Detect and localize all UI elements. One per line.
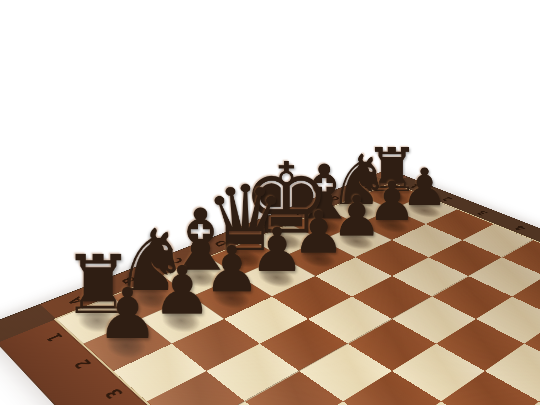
- file-label-b: B: [118, 274, 140, 285]
- piece-shadow: [71, 305, 123, 337]
- file-label-d: D: [211, 238, 231, 247]
- rank-label-1: 1: [407, 183, 423, 190]
- file-label-c: C: [167, 256, 188, 266]
- piece-shadow: [155, 305, 208, 337]
- file-label-a: A: [65, 295, 88, 307]
- square-e6: [436, 319, 524, 371]
- rank-label-2: 2: [70, 357, 96, 372]
- rank-label-1: 1: [43, 331, 68, 344]
- piece-shadow: [126, 284, 176, 313]
- rank-label-3: 3: [101, 385, 128, 401]
- piece-shadow: [205, 284, 257, 313]
- piece-shadow: [252, 265, 302, 291]
- file-label-h: H: [358, 182, 375, 189]
- rank-label-4: 4: [512, 224, 529, 232]
- file-label-f: F: [291, 208, 308, 215]
- piece-shadow: [294, 247, 342, 271]
- square-d5: [348, 319, 436, 371]
- piece-shadow: [221, 247, 268, 271]
- product-photo-stage: ABCDEFGH ABCDEFGH 12345678 12345678 ♜♟♞♟…: [0, 0, 540, 405]
- chessboard: ABCDEFGH ABCDEFGH 12345678 12345678 ♜♟♞♟…: [0, 169, 540, 405]
- file-label-e: E: [253, 223, 271, 231]
- file-label-g: G: [326, 195, 344, 202]
- square-c4: [260, 319, 348, 371]
- rank-label-2: 2: [439, 196, 455, 203]
- rank-label-3: 3: [474, 209, 491, 217]
